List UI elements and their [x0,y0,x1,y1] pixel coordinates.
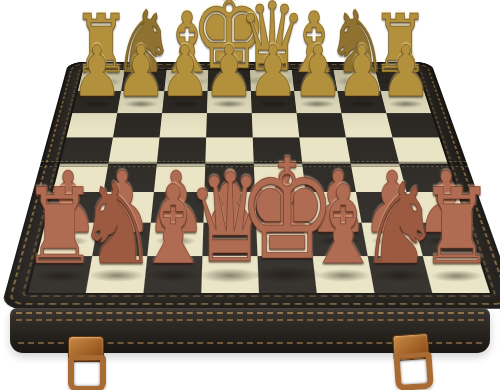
square-d4 [204,164,254,192]
square-h8 [375,70,424,91]
square-d7 [207,91,252,113]
square-c1 [143,256,202,293]
square-c3 [151,192,205,223]
square-e7 [251,91,297,113]
square-e5 [253,137,303,163]
square-g2 [362,223,423,257]
chess-board [28,70,490,293]
square-a6 [66,113,117,137]
square-a8 [78,70,125,91]
square-a3 [45,192,103,223]
square-d3 [203,192,256,223]
square-a4 [53,164,108,192]
square-g8 [334,70,381,91]
square-b5 [108,137,159,163]
square-e1 [258,256,317,293]
square-g6 [341,113,392,137]
board-plane [28,70,490,293]
square-b6 [113,113,162,137]
square-d8 [208,70,251,91]
square-d5 [205,137,253,163]
square-c2 [147,223,203,257]
square-f1 [313,256,375,293]
square-h4 [399,164,457,192]
hinge-seam [40,161,469,166]
square-f2 [309,223,368,257]
square-b4 [103,164,156,192]
square-c5 [157,137,206,163]
square-g4 [351,164,407,192]
square-d2 [202,223,257,257]
square-g7 [337,91,386,113]
square-h7 [381,91,432,113]
square-f3 [305,192,361,223]
square-h1 [423,256,490,293]
latch-right [392,333,432,390]
square-c6 [160,113,207,137]
square-d1 [201,256,259,293]
square-a2 [37,223,98,257]
square-g1 [368,256,433,293]
square-h6 [386,113,439,137]
square-e4 [254,164,306,192]
square-a5 [60,137,113,163]
square-f5 [299,137,350,163]
latch-left [68,336,104,390]
square-g3 [356,192,414,223]
square-e6 [252,113,300,137]
square-e3 [255,192,309,223]
square-a7 [72,91,121,113]
square-g5 [346,137,399,163]
latch-loop-icon [393,352,433,390]
square-b1 [86,256,148,293]
square-b8 [121,70,166,91]
latch-loop-icon [68,355,106,390]
square-d6 [206,113,253,137]
square-f4 [302,164,356,192]
square-h2 [414,223,478,257]
square-h3 [406,192,467,223]
chess-set-photo: ♜♞♝♚♛♝♞♜♟♟♟♟♟♟♟♟♟♟♟♟♟♟♟♟♜♞♝♛♚♝♞♜ [0,0,500,390]
square-f7 [294,91,341,113]
square-b3 [98,192,154,223]
square-f6 [297,113,346,137]
square-b7 [117,91,164,113]
square-b2 [92,223,151,257]
square-e2 [256,223,312,257]
square-c8 [164,70,208,91]
square-h5 [392,137,447,163]
square-f8 [292,70,338,91]
square-c7 [162,91,208,113]
square-e8 [250,70,294,91]
square-a1 [28,256,92,293]
square-c4 [154,164,205,192]
